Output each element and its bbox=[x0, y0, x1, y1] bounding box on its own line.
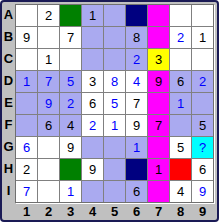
cell-G9[interactable]: ? bbox=[192, 137, 213, 158]
cell-G7[interactable] bbox=[148, 137, 169, 158]
cell-F7[interactable]: 7 bbox=[148, 115, 169, 136]
cell-B9[interactable]: 1 bbox=[192, 27, 213, 48]
col-label-2: 2 bbox=[38, 204, 59, 218]
cell-I4[interactable] bbox=[82, 181, 103, 202]
cell-D9[interactable]: 2 bbox=[192, 71, 213, 92]
cell-F3[interactable]: 4 bbox=[60, 115, 81, 136]
row-label-I: I bbox=[2, 180, 15, 201]
cell-A6[interactable] bbox=[126, 5, 147, 26]
cell-B6[interactable]: 8 bbox=[126, 27, 147, 48]
cell-G8[interactable]: 5 bbox=[170, 137, 191, 158]
cell-F2[interactable]: 6 bbox=[38, 115, 59, 136]
cell-B3[interactable]: 7 bbox=[60, 27, 81, 48]
col-label-6: 6 bbox=[126, 204, 147, 218]
cell-D5[interactable]: 8 bbox=[104, 71, 125, 92]
cell-A5[interactable] bbox=[104, 5, 125, 26]
col-label-8: 8 bbox=[170, 204, 191, 218]
cell-H6[interactable] bbox=[126, 159, 147, 180]
sudoku-board: 219782112317538496292657164219756915?291… bbox=[15, 4, 214, 203]
cell-D6[interactable]: 4 bbox=[126, 71, 147, 92]
cell-F8[interactable] bbox=[170, 115, 191, 136]
cell-I8[interactable]: 4 bbox=[170, 181, 191, 202]
cell-C6[interactable]: 2 bbox=[126, 49, 147, 70]
cell-G6[interactable]: 1 bbox=[126, 137, 147, 158]
cell-E5[interactable]: 5 bbox=[104, 93, 125, 114]
cell-H3[interactable] bbox=[60, 159, 81, 180]
col-labels: 123456789 bbox=[15, 204, 214, 218]
cell-E8[interactable]: 1 bbox=[170, 93, 191, 114]
cell-D7[interactable]: 9 bbox=[148, 71, 169, 92]
cell-F5[interactable]: 1 bbox=[104, 115, 125, 136]
cell-D4[interactable]: 3 bbox=[82, 71, 103, 92]
cell-F9[interactable]: 5 bbox=[192, 115, 213, 136]
cell-A4[interactable]: 1 bbox=[82, 5, 103, 26]
cell-A1[interactable] bbox=[16, 5, 37, 26]
row-labels: ABCDEFGHI bbox=[2, 4, 15, 201]
cell-H1[interactable]: 2 bbox=[16, 159, 37, 180]
row-label-E: E bbox=[2, 92, 15, 113]
row-label-G: G bbox=[2, 136, 15, 157]
cell-I7[interactable] bbox=[148, 181, 169, 202]
cell-C7[interactable]: 3 bbox=[148, 49, 169, 70]
cell-G2[interactable] bbox=[38, 137, 59, 158]
row-label-C: C bbox=[2, 48, 15, 69]
cell-H5[interactable] bbox=[104, 159, 125, 180]
cell-B1[interactable]: 9 bbox=[16, 27, 37, 48]
cell-B2[interactable] bbox=[38, 27, 59, 48]
cell-G3[interactable]: 9 bbox=[60, 137, 81, 158]
row-label-B: B bbox=[2, 26, 15, 47]
cell-H7[interactable]: 1 bbox=[148, 159, 169, 180]
cell-I6[interactable]: 6 bbox=[126, 181, 147, 202]
cell-A9[interactable] bbox=[192, 5, 213, 26]
cell-A2[interactable]: 2 bbox=[38, 5, 59, 26]
cell-H4[interactable]: 9 bbox=[82, 159, 103, 180]
cell-C5[interactable] bbox=[104, 49, 125, 70]
cell-D3[interactable]: 5 bbox=[60, 71, 81, 92]
cell-C2[interactable]: 1 bbox=[38, 49, 59, 70]
cell-C1[interactable] bbox=[16, 49, 37, 70]
sudoku-window: ABCDEFGHI 219782112317538496292657164219… bbox=[0, 0, 219, 222]
cell-B8[interactable]: 2 bbox=[170, 27, 191, 48]
cell-I3[interactable]: 1 bbox=[60, 181, 81, 202]
cell-A8[interactable] bbox=[170, 5, 191, 26]
cell-B4[interactable] bbox=[82, 27, 103, 48]
col-label-1: 1 bbox=[16, 204, 37, 218]
cell-H9[interactable]: 6 bbox=[192, 159, 213, 180]
cell-E2[interactable]: 9 bbox=[38, 93, 59, 114]
col-label-9: 9 bbox=[192, 204, 213, 218]
col-label-7: 7 bbox=[148, 204, 169, 218]
cell-D8[interactable]: 6 bbox=[170, 71, 191, 92]
cell-I5[interactable] bbox=[104, 181, 125, 202]
cell-G1[interactable]: 6 bbox=[16, 137, 37, 158]
cell-C9[interactable] bbox=[192, 49, 213, 70]
cell-F6[interactable]: 9 bbox=[126, 115, 147, 136]
col-label-4: 4 bbox=[82, 204, 103, 218]
row-label-F: F bbox=[2, 114, 15, 135]
cell-G4[interactable] bbox=[82, 137, 103, 158]
row-label-A: A bbox=[2, 4, 15, 25]
cell-C3[interactable] bbox=[60, 49, 81, 70]
cell-H2[interactable] bbox=[38, 159, 59, 180]
cell-G5[interactable] bbox=[104, 137, 125, 158]
cell-E1[interactable] bbox=[16, 93, 37, 114]
col-label-5: 5 bbox=[104, 204, 125, 218]
cell-D1[interactable]: 1 bbox=[16, 71, 37, 92]
cell-F1[interactable] bbox=[16, 115, 37, 136]
cell-B7[interactable] bbox=[148, 27, 169, 48]
cell-F4[interactable]: 2 bbox=[82, 115, 103, 136]
cell-I9[interactable]: 9 bbox=[192, 181, 213, 202]
cell-A7[interactable] bbox=[148, 5, 169, 26]
cell-E6[interactable]: 7 bbox=[126, 93, 147, 114]
row-label-D: D bbox=[2, 70, 15, 91]
cell-C4[interactable] bbox=[82, 49, 103, 70]
cell-E9[interactable] bbox=[192, 93, 213, 114]
cell-I2[interactable] bbox=[38, 181, 59, 202]
cell-B5[interactable] bbox=[104, 27, 125, 48]
cell-D2[interactable]: 7 bbox=[38, 71, 59, 92]
cell-C8[interactable] bbox=[170, 49, 191, 70]
cell-H8[interactable] bbox=[170, 159, 191, 180]
cell-E4[interactable]: 6 bbox=[82, 93, 103, 114]
cell-A3[interactable] bbox=[60, 5, 81, 26]
col-label-3: 3 bbox=[60, 204, 81, 218]
cell-E3[interactable]: 2 bbox=[60, 93, 81, 114]
row-label-H: H bbox=[2, 158, 15, 179]
cell-E7[interactable] bbox=[148, 93, 169, 114]
cell-I1[interactable]: 7 bbox=[16, 181, 37, 202]
